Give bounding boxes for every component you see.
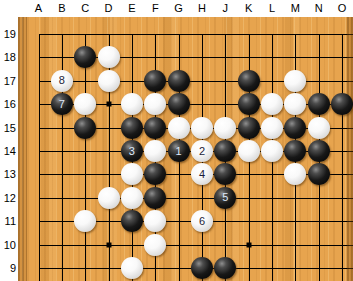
stone-J13[interactable] [214,163,236,185]
stone-O16[interactable] [331,93,353,115]
stone-J15[interactable] [214,117,236,139]
stone-M13[interactable] [284,163,306,185]
stone-D17[interactable] [98,70,120,92]
move-number-1: 1 [176,146,182,157]
stone-C18[interactable] [74,46,96,68]
row-label-19: 19 [4,28,16,40]
row-label-17: 17 [4,75,16,87]
column-label-E: E [128,2,135,14]
move-number-5: 5 [222,192,228,203]
stone-E16[interactable] [121,93,143,115]
row-label-13: 13 [4,168,16,180]
column-label-H: H [198,2,206,14]
stone-E13[interactable] [121,163,143,185]
stone-E12[interactable] [121,187,143,209]
grid-line-row-19 [39,34,353,35]
stone-G16[interactable] [168,93,190,115]
stone-L14[interactable] [261,140,283,162]
stone-F13[interactable] [144,163,166,185]
column-label-B: B [58,2,65,14]
stone-B17[interactable]: 8 [51,70,73,92]
stone-N16[interactable] [308,93,330,115]
column-label-N: N [315,2,323,14]
row-label-9: 9 [10,262,16,274]
stone-G15[interactable] [168,117,190,139]
column-label-A: A [35,2,42,14]
stone-M14[interactable] [284,140,306,162]
grid-line-row-10 [39,245,353,246]
stone-H9[interactable] [191,257,213,279]
stone-K15[interactable] [238,117,260,139]
row-label-14: 14 [4,145,16,157]
stone-E9[interactable] [121,257,143,279]
stone-D12[interactable] [98,187,120,209]
column-label-G: G [174,2,183,14]
row-label-18: 18 [4,51,16,63]
column-label-O: O [338,2,347,14]
stone-C16[interactable] [74,93,96,115]
stone-K14[interactable] [238,140,260,162]
column-label-D: D [105,2,113,14]
column-label-L: L [269,2,275,14]
stone-E11[interactable] [121,210,143,232]
grid-line-row-12 [39,198,353,199]
star-point-D16 [106,102,111,107]
stone-N14[interactable] [308,140,330,162]
move-number-4: 4 [199,169,205,180]
move-number-6: 6 [199,216,205,227]
goban-board[interactable]: 87312456 [18,17,353,281]
stone-F11[interactable] [144,210,166,232]
move-number-7: 7 [59,99,65,110]
column-label-F: F [152,2,159,14]
stone-C15[interactable] [74,117,96,139]
stone-F10[interactable] [144,234,166,256]
move-number-3: 3 [129,146,135,157]
stone-F16[interactable] [144,93,166,115]
stone-H14[interactable]: 2 [191,140,213,162]
stone-N15[interactable] [308,117,330,139]
row-label-12: 12 [4,192,16,204]
go-diagram: ABCDEFGHJKLMNO 191817161514131211109 873… [0,0,353,281]
column-label-K: K [245,2,252,14]
stone-G17[interactable] [168,70,190,92]
column-label-C: C [81,2,89,14]
stone-F17[interactable] [144,70,166,92]
stone-L15[interactable] [261,117,283,139]
stone-J12[interactable]: 5 [214,187,236,209]
stone-D18[interactable] [98,46,120,68]
stone-M15[interactable] [284,117,306,139]
star-point-D10 [106,242,111,247]
stone-E15[interactable] [121,117,143,139]
row-label-16: 16 [4,98,16,110]
board-left-edge-shading [18,17,27,281]
move-number-8: 8 [59,75,65,86]
stone-N13[interactable] [308,163,330,185]
row-label-10: 10 [4,239,16,251]
stone-F14[interactable] [144,140,166,162]
row-label-11: 11 [5,215,16,227]
stone-K16[interactable] [238,93,260,115]
stone-J9[interactable] [214,257,236,279]
stone-C11[interactable] [74,210,96,232]
stone-H15[interactable] [191,117,213,139]
stone-E14[interactable]: 3 [121,140,143,162]
stone-L16[interactable] [261,93,283,115]
stone-M17[interactable] [284,70,306,92]
stone-G14[interactable]: 1 [168,140,190,162]
stone-J14[interactable] [214,140,236,162]
stone-B16[interactable]: 7 [51,93,73,115]
stone-F15[interactable] [144,117,166,139]
row-label-15: 15 [4,122,16,134]
stone-H13[interactable]: 4 [191,163,213,185]
column-label-M: M [291,2,300,14]
move-number-2: 2 [199,146,205,157]
stone-F12[interactable] [144,187,166,209]
column-label-J: J [223,2,229,14]
stone-H11[interactable]: 6 [191,210,213,232]
stone-M16[interactable] [284,93,306,115]
stone-K17[interactable] [238,70,260,92]
star-point-K10 [246,242,251,247]
